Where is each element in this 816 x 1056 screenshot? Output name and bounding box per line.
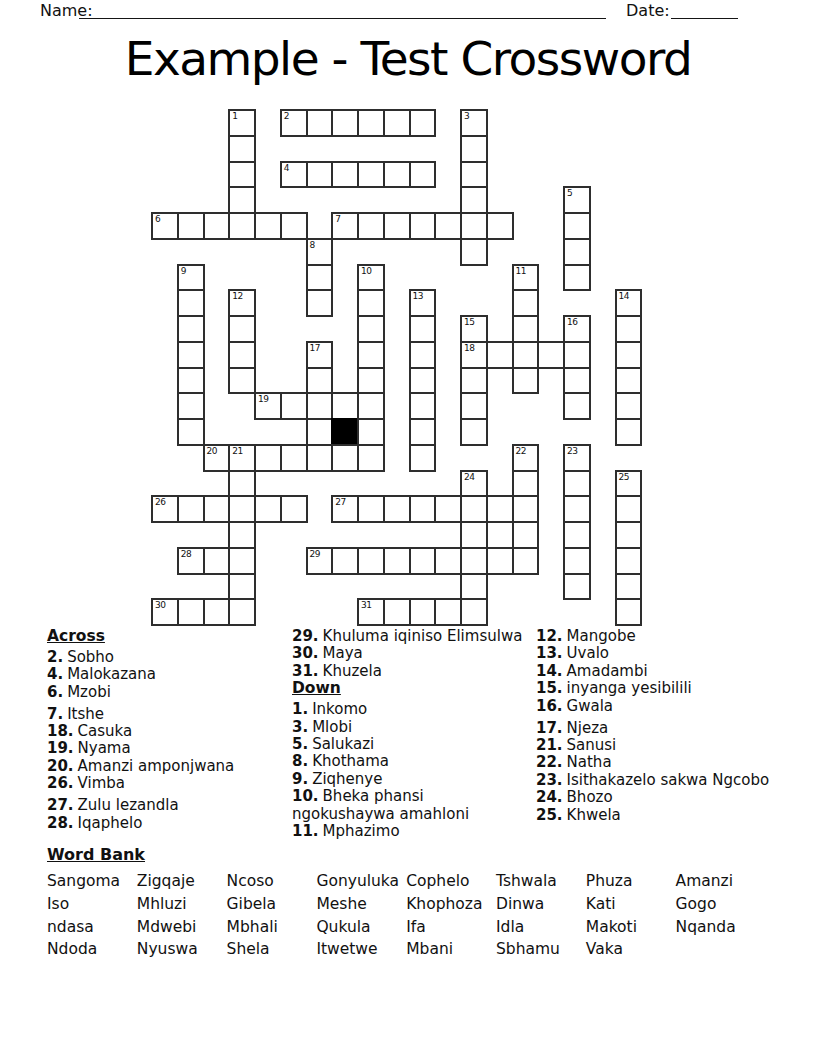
word-bank-item: ndasa — [47, 916, 137, 939]
word-bank-item: Mdwebi — [137, 916, 227, 939]
grid-cell[interactable]: 22 — [512, 444, 540, 472]
word-bank-item: Mbani — [406, 938, 496, 961]
word-bank-item: Amanzi — [676, 870, 766, 893]
grid-cell[interactable] — [512, 470, 540, 498]
word-bank-item: Ndoda — [47, 938, 137, 961]
grid-cell[interactable] — [357, 161, 385, 189]
grid-cell[interactable] — [357, 341, 385, 369]
grid-cell[interactable]: 26 — [151, 495, 179, 523]
clue-across-4: 4.Malokazana — [47, 666, 289, 683]
word-bank-item: Gogo — [676, 893, 766, 916]
grid-cell[interactable] — [563, 238, 591, 266]
grid-cell[interactable] — [357, 547, 385, 575]
grid-cell[interactable] — [460, 186, 488, 214]
clue-down-15: 15.inyanga yesibilili — [536, 680, 804, 697]
grid-cell[interactable] — [228, 495, 256, 523]
grid-cell[interactable] — [306, 264, 334, 292]
grid-cell[interactable] — [228, 573, 256, 601]
clue-across-7: 7.Itshe — [47, 706, 289, 723]
grid-cell[interactable] — [486, 547, 514, 575]
grid-cell[interactable] — [563, 367, 591, 395]
word-bank-item: Vaka — [586, 938, 676, 961]
grid-cell[interactable] — [228, 341, 256, 369]
grid-cell[interactable] — [615, 521, 643, 549]
grid-cell[interactable] — [537, 341, 565, 369]
grid-cell[interactable]: 8 — [306, 238, 334, 266]
grid-cell[interactable] — [228, 598, 256, 626]
word-bank-item: Idla — [496, 916, 586, 939]
cell-number: 6 — [155, 214, 160, 224]
cell-number: 15 — [464, 317, 474, 327]
cell-number: 16 — [567, 317, 577, 327]
grid-cell[interactable] — [409, 367, 437, 395]
grid-cell[interactable] — [460, 238, 488, 266]
clue-down-21: 21.Sanusi — [536, 737, 804, 754]
clue-down-24: 24.Bhozo — [536, 789, 804, 806]
down-clue-list: 1.Inkomo3.Mlobi5.Salukazi8.Khothama9.Ziq… — [292, 701, 525, 840]
grid-cell[interactable] — [357, 392, 385, 420]
grid-cell[interactable] — [460, 161, 488, 189]
grid-cell[interactable]: 4 — [280, 161, 308, 189]
grid-cell[interactable] — [254, 212, 282, 240]
grid-cell[interactable] — [177, 315, 205, 343]
grid-cell[interactable] — [563, 495, 591, 523]
word-bank-item: Gonyuluka — [316, 870, 406, 893]
cell-number: 20 — [207, 446, 217, 456]
grid-cell[interactable]: 23 — [563, 444, 591, 472]
grid-cell[interactable] — [177, 289, 205, 317]
across-clue-list: 2.Sobho4.Malokazana6.Mzobi7.Itshe18.Casu… — [47, 649, 289, 832]
down-heading: Down — [292, 680, 525, 697]
word-bank-item: Shela — [227, 938, 317, 961]
grid-cell[interactable] — [512, 521, 540, 549]
across-clue-list-continued: 29.Khuluma iqiniso Elimsulwa30.Maya31.Kh… — [292, 628, 525, 680]
grid-cell[interactable]: 21 — [228, 444, 256, 472]
grid-cell[interactable] — [203, 212, 231, 240]
grid-cell[interactable] — [331, 444, 359, 472]
grid-cell[interactable] — [228, 547, 256, 575]
clue-across-26: 26.Vimba — [47, 775, 289, 792]
grid-cell[interactable] — [434, 547, 462, 575]
grid-cell[interactable] — [512, 289, 540, 317]
clue-across-20: 20.Amanzi amponjwana — [47, 758, 289, 775]
grid-cell[interactable] — [228, 135, 256, 163]
word-bank-item: Mbhali — [227, 916, 317, 939]
grid-cell[interactable] — [563, 264, 591, 292]
grid-cell[interactable] — [357, 212, 385, 240]
grid-cell[interactable] — [563, 573, 591, 601]
cell-number: 7 — [335, 214, 340, 224]
grid-cell[interactable] — [357, 367, 385, 395]
grid-cell[interactable] — [228, 470, 256, 498]
grid-cell[interactable] — [409, 418, 437, 446]
clue-down-11: 11.Mphazimo — [292, 823, 525, 840]
grid-cell[interactable] — [615, 495, 643, 523]
name-blank-line — [79, 2, 606, 19]
clue-down-5: 5.Salukazi — [292, 736, 525, 753]
grid-cell[interactable] — [228, 521, 256, 549]
grid-cell[interactable] — [460, 212, 488, 240]
grid-cell[interactable]: 30 — [151, 598, 179, 626]
grid-cell[interactable] — [383, 598, 411, 626]
grid-cell[interactable] — [615, 367, 643, 395]
grid-cell[interactable] — [434, 212, 462, 240]
grid-cell[interactable] — [460, 392, 488, 420]
word-bank-item: Zigqaje — [137, 870, 227, 893]
word-bank-section: Word Bank SangomaZigqajeNcosoGonyulukaCo… — [47, 845, 765, 961]
cell-number: 13 — [413, 291, 423, 301]
grid-cell[interactable] — [306, 109, 334, 137]
grid-cell[interactable] — [486, 341, 514, 369]
grid-cell[interactable]: 18 — [460, 341, 488, 369]
word-bank-item: Ncoso — [227, 870, 317, 893]
clue-across-31: 31.Khuzela — [292, 663, 525, 680]
grid-cell[interactable]: 31 — [357, 598, 385, 626]
grid-cell[interactable] — [563, 470, 591, 498]
grid-cell[interactable] — [563, 212, 591, 240]
grid-cell[interactable] — [357, 289, 385, 317]
grid-cell[interactable]: 11 — [512, 264, 540, 292]
cell-number: 2 — [284, 111, 289, 121]
cell-number: 17 — [310, 343, 320, 353]
word-bank-item: Sangoma — [47, 870, 137, 893]
grid-cell[interactable] — [357, 495, 385, 523]
grid-cell[interactable] — [615, 315, 643, 343]
grid-cell[interactable]: 28 — [177, 547, 205, 575]
grid-cell[interactable] — [177, 418, 205, 446]
date-blank-line — [671, 2, 738, 19]
crossword-grid: 1234567891011121314151617181920212223242… — [152, 110, 642, 626]
grid-cell[interactable]: 15 — [460, 315, 488, 343]
grid-cell[interactable] — [203, 495, 231, 523]
cell-number: 8 — [310, 240, 315, 250]
cell-number: 12 — [232, 291, 242, 301]
grid-cell[interactable] — [280, 444, 308, 472]
grid-cell[interactable]: 19 — [254, 392, 282, 420]
word-bank-item: Meshe — [316, 893, 406, 916]
grid-cell[interactable] — [357, 109, 385, 137]
cell-number: 10 — [361, 266, 371, 276]
grid-cell[interactable]: 24 — [460, 470, 488, 498]
grid-cell[interactable] — [460, 135, 488, 163]
clue-down-14: 14.Amadambi — [536, 663, 804, 680]
grid-cell[interactable] — [306, 418, 334, 446]
page-title: Example - Test Crossword — [0, 30, 816, 88]
grid-cell[interactable]: 6 — [151, 212, 179, 240]
word-bank-item: Phuza — [586, 870, 676, 893]
down-clue-list-continued: 12.Mangobe13.Uvalo14.Amadambi15.inyanga … — [536, 628, 804, 824]
clue-down-25: 25.Khwela — [536, 807, 804, 824]
grid-cell[interactable] — [486, 212, 514, 240]
clues-column-left: Across 2.Sobho4.Malokazana6.Mzobi7.Itshe… — [47, 628, 289, 832]
grid-cell[interactable] — [460, 598, 488, 626]
grid-cell[interactable] — [409, 392, 437, 420]
grid-cell[interactable] — [615, 598, 643, 626]
grid-cell[interactable] — [383, 161, 411, 189]
grid-cell[interactable] — [177, 392, 205, 420]
grid-cell[interactable] — [409, 109, 437, 137]
grid-cell[interactable] — [512, 341, 540, 369]
grid-cell[interactable] — [486, 495, 514, 523]
grid-cell[interactable] — [512, 547, 540, 575]
cell-number: 19 — [258, 394, 268, 404]
grid-cell[interactable] — [331, 161, 359, 189]
grid-cell[interactable]: 9 — [177, 264, 205, 292]
grid-cell[interactable] — [331, 109, 359, 137]
grid-cell[interactable] — [563, 521, 591, 549]
word-bank-item: Gibela — [227, 893, 317, 916]
grid-cell-black — [331, 418, 359, 446]
grid-cell[interactable] — [563, 341, 591, 369]
grid-cell[interactable] — [254, 495, 282, 523]
grid-cell[interactable] — [306, 367, 334, 395]
word-bank-item: Nqanda — [676, 916, 766, 939]
grid-cell[interactable] — [512, 367, 540, 395]
grid-cell[interactable]: 3 — [460, 109, 488, 137]
cell-number: 11 — [516, 266, 526, 276]
grid-cell[interactable] — [177, 495, 205, 523]
grid-cell[interactable] — [409, 341, 437, 369]
grid-cell[interactable] — [383, 495, 411, 523]
grid-cell[interactable] — [460, 367, 488, 395]
grid-cell[interactable] — [615, 547, 643, 575]
word-bank-item: Dinwa — [496, 893, 586, 916]
grid-cell[interactable] — [460, 418, 488, 446]
grid-cell[interactable] — [306, 161, 334, 189]
grid-cell[interactable] — [460, 521, 488, 549]
grid-cell[interactable] — [331, 547, 359, 575]
word-bank-item: Mhluzi — [137, 893, 227, 916]
word-bank-item: Cophelo — [406, 870, 496, 893]
grid-cell[interactable]: 7 — [331, 212, 359, 240]
grid-cell[interactable]: 14 — [615, 289, 643, 317]
word-bank-heading: Word Bank — [47, 845, 765, 864]
grid-cell[interactable] — [357, 444, 385, 472]
clue-down-12: 12.Mangobe — [536, 628, 804, 645]
cell-number: 25 — [619, 472, 629, 482]
cell-number: 21 — [232, 446, 242, 456]
cell-number: 26 — [155, 497, 165, 507]
grid-cell[interactable] — [563, 547, 591, 575]
grid-cell[interactable] — [615, 573, 643, 601]
cell-number: 23 — [567, 446, 577, 456]
word-bank-item: Ifa — [406, 916, 496, 939]
grid-cell[interactable] — [409, 444, 437, 472]
grid-cell[interactable]: 16 — [563, 315, 591, 343]
grid-cell[interactable] — [383, 212, 411, 240]
clue-across-6: 6.Mzobi — [47, 684, 289, 701]
clue-down-13: 13.Uvalo — [536, 645, 804, 662]
cell-number: 28 — [181, 549, 191, 559]
grid-cell[interactable] — [177, 367, 205, 395]
grid-cell[interactable] — [409, 547, 437, 575]
word-bank-item: Khophoza — [406, 893, 496, 916]
cell-number: 30 — [155, 600, 165, 610]
grid-cell[interactable] — [306, 392, 334, 420]
clue-across-2: 2.Sobho — [47, 649, 289, 666]
grid-cell[interactable] — [615, 392, 643, 420]
cell-number: 5 — [567, 188, 572, 198]
grid-cell[interactable] — [306, 444, 334, 472]
grid-cell[interactable] — [409, 315, 437, 343]
clues-column-right: 12.Mangobe13.Uvalo14.Amadambi15.inyanga … — [536, 628, 804, 824]
grid-cell[interactable] — [177, 598, 205, 626]
grid-cell[interactable] — [177, 212, 205, 240]
grid-cell[interactable] — [331, 392, 359, 420]
grid-cell[interactable] — [409, 495, 437, 523]
grid-cell[interactable] — [563, 392, 591, 420]
grid-cell[interactable]: 20 — [203, 444, 231, 472]
clue-down-16: 16.Gwala — [536, 698, 804, 715]
grid-cell[interactable] — [228, 367, 256, 395]
word-bank-item: Itwetwe — [316, 938, 406, 961]
grid-cell[interactable]: 2 — [280, 109, 308, 137]
grid-cell[interactable] — [203, 547, 231, 575]
grid-cell[interactable] — [228, 161, 256, 189]
clue-across-19: 19.Nyama — [47, 740, 289, 757]
clue-down-17: 17.Njeza — [536, 720, 804, 737]
grid-cell[interactable] — [409, 212, 437, 240]
grid-cell[interactable] — [228, 315, 256, 343]
clue-down-22: 22.Natha — [536, 754, 804, 771]
cell-number: 22 — [516, 446, 526, 456]
grid-cell[interactable]: 1 — [228, 109, 256, 137]
clue-across-28: 28.Iqaphelo — [47, 815, 289, 832]
grid-cell[interactable]: 27 — [331, 495, 359, 523]
grid-cell[interactable] — [228, 212, 256, 240]
worksheet-page: Name: Date: Example - Test Crossword 123… — [0, 0, 816, 1056]
clue-down-9: 9.Ziqhenye — [292, 771, 525, 788]
cell-number: 9 — [181, 266, 186, 276]
grid-cell[interactable] — [357, 315, 385, 343]
grid-cell[interactable] — [409, 598, 437, 626]
grid-cell[interactable] — [512, 315, 540, 343]
word-bank-item: Kati — [586, 893, 676, 916]
grid-cell[interactable] — [280, 392, 308, 420]
cell-number: 1 — [232, 111, 237, 121]
grid-cell[interactable] — [460, 495, 488, 523]
cell-number: 24 — [464, 472, 474, 482]
word-bank-item: Sbhamu — [496, 938, 586, 961]
clue-across-18: 18.Casuka — [47, 723, 289, 740]
grid-cell[interactable] — [434, 495, 462, 523]
grid-cell[interactable] — [228, 186, 256, 214]
grid-cell[interactable] — [357, 418, 385, 446]
cell-number: 14 — [619, 291, 629, 301]
grid-cell[interactable]: 10 — [357, 264, 385, 292]
clue-down-1: 1.Inkomo — [292, 701, 525, 718]
grid-cell[interactable] — [434, 598, 462, 626]
grid-cell[interactable] — [615, 341, 643, 369]
grid-cell[interactable]: 5 — [563, 186, 591, 214]
grid-cell[interactable] — [409, 161, 437, 189]
grid-cell[interactable] — [512, 495, 540, 523]
across-heading: Across — [47, 628, 289, 645]
grid-cell[interactable] — [615, 418, 643, 446]
grid-cell[interactable] — [383, 109, 411, 137]
grid-cell[interactable]: 17 — [306, 341, 334, 369]
word-bank-item: Nyuswa — [137, 938, 227, 961]
grid-cell[interactable] — [177, 341, 205, 369]
date-label: Date: — [626, 1, 670, 20]
cell-number: 3 — [464, 111, 469, 121]
cell-number: 31 — [361, 600, 371, 610]
clue-across-30: 30.Maya — [292, 645, 525, 662]
grid-cell[interactable]: 25 — [615, 470, 643, 498]
grid-cell[interactable] — [203, 598, 231, 626]
clue-across-29: 29.Khuluma iqiniso Elimsulwa — [292, 628, 525, 645]
grid-cell[interactable] — [254, 444, 282, 472]
clue-down-8: 8.Khothama — [292, 753, 525, 770]
cell-number: 18 — [464, 343, 474, 353]
clue-down-3: 3.Mlobi — [292, 719, 525, 736]
cell-number: 4 — [284, 163, 289, 173]
grid-cell[interactable] — [383, 547, 411, 575]
grid-cell[interactable]: 13 — [409, 289, 437, 317]
clue-down-10: 10.Bheka phansi ngokushaywa amahloni — [292, 788, 525, 823]
cell-number: 27 — [335, 497, 345, 507]
grid-cell[interactable]: 29 — [306, 547, 334, 575]
clue-down-23: 23.Isithakazelo sakwa Ngcobo — [536, 772, 804, 789]
word-bank-grid: SangomaZigqajeNcosoGonyulukaCopheloTshwa… — [47, 870, 765, 961]
word-bank-item: Qukula — [316, 916, 406, 939]
cell-number: 29 — [310, 549, 320, 559]
grid-cell[interactable] — [280, 212, 308, 240]
word-bank-item: Iso — [47, 893, 137, 916]
word-bank-item: Tshwala — [496, 870, 586, 893]
grid-cell[interactable]: 12 — [228, 289, 256, 317]
clue-across-27: 27.Zulu lezandla — [47, 797, 289, 814]
grid-cell[interactable] — [460, 573, 488, 601]
clues-column-middle: 29.Khuluma iqiniso Elimsulwa30.Maya31.Kh… — [292, 628, 525, 840]
grid-cell[interactable] — [306, 289, 334, 317]
word-bank-item: Makoti — [586, 916, 676, 939]
grid-cell[interactable] — [280, 495, 308, 523]
grid-cell[interactable] — [460, 547, 488, 575]
